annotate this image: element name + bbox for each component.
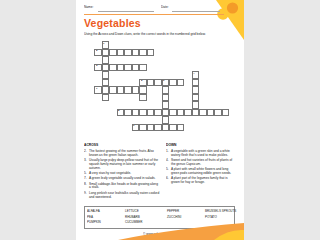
date-label: Date:: [161, 5, 191, 11]
grid-cell[interactable]: [199, 109, 207, 117]
grid-cell[interactable]: 5: [139, 79, 147, 87]
instructions: Using the Across and Down clues, write t…: [84, 32, 239, 40]
grid-cell[interactable]: [169, 124, 177, 132]
grid-cell[interactable]: [162, 109, 170, 117]
grid-cell[interactable]: 2: [94, 49, 102, 57]
clue-item: 5.A very starchy root vegetable.: [84, 171, 161, 175]
grid-cell[interactable]: [117, 86, 125, 94]
word-bank-item: BRUSSELS SPROUTS: [205, 209, 238, 213]
grid-cell[interactable]: [162, 124, 170, 132]
clue-number: 9: [133, 124, 134, 127]
word-bank-item: LETTUCE: [125, 209, 167, 213]
word-bank-item: POTATO: [205, 215, 238, 219]
grid-cell[interactable]: [139, 109, 147, 117]
grid-cell[interactable]: 3: [94, 64, 102, 72]
name-label: Name:: [84, 5, 114, 11]
grid-cell[interactable]: [162, 116, 170, 124]
clue-item: 5.A plant with small white flowers and l…: [166, 167, 238, 175]
grid-cell[interactable]: 1: [102, 41, 110, 49]
clue-number: 5: [141, 79, 142, 82]
grid-cell[interactable]: [132, 64, 140, 72]
grid-cell[interactable]: [109, 86, 117, 94]
clue-item: 3.Usually large pulpy deep-yellow round …: [84, 158, 161, 170]
grid-cell[interactable]: [147, 109, 155, 117]
clue-item-text: A very starchy root vegetable.: [89, 171, 161, 175]
grid-cell[interactable]: [109, 64, 117, 72]
crossword-grid: 123456789: [94, 41, 231, 133]
grid-cell[interactable]: [162, 94, 170, 102]
grid-cell[interactable]: [102, 64, 110, 72]
word-bank-item: PEA: [87, 215, 125, 219]
clue-item-text: Small cabbage-like heads or buds growing…: [89, 181, 161, 189]
grid-cell[interactable]: [139, 86, 147, 94]
grid-cell[interactable]: [139, 64, 147, 72]
grid-cell[interactable]: [147, 49, 155, 57]
clue-item: 4.Sweet and hot varieties of fruits of p…: [166, 158, 238, 166]
date-input-line[interactable]: [172, 11, 220, 12]
grid-cell[interactable]: [109, 49, 117, 57]
clue-number: 8: [118, 109, 119, 112]
clue-item: 1.A vegetable with a green skin and a wh…: [166, 148, 238, 156]
clue-number: 7: [96, 87, 97, 90]
word-bank-item: PEPPER: [167, 209, 205, 213]
grid-cell[interactable]: [117, 64, 125, 72]
clue-item-text: Sweet and hot varieties of fruits of pla…: [171, 158, 238, 166]
grid-cell[interactable]: [102, 71, 110, 79]
grid-cell[interactable]: [124, 86, 132, 94]
down-header: DOWN: [166, 143, 238, 147]
grid-cell[interactable]: [162, 101, 170, 109]
clues-across-list: 2.The fastest growing of the summer frui…: [84, 148, 161, 198]
clue-number: 3: [96, 64, 97, 67]
grid-cell[interactable]: [124, 49, 132, 57]
grid-cell[interactable]: [147, 124, 155, 132]
grid-cell[interactable]: [192, 94, 200, 102]
grid-cell[interactable]: 9: [132, 124, 140, 132]
grid-cell[interactable]: [169, 109, 177, 117]
clue-number: 1: [103, 42, 104, 45]
grid-cell[interactable]: [102, 94, 110, 102]
worksheet-page: Name: Date: Vegetables Using the Across …: [76, 0, 244, 240]
header-rule: [84, 14, 224, 15]
across-header: ACROSS: [84, 143, 161, 147]
clue-number: 6: [163, 79, 164, 82]
word-bank-item: ZUCCHINI: [167, 215, 205, 219]
grid-cell[interactable]: [192, 86, 200, 94]
clues-section: ACROSS 2.The fastest growing of the summ…: [84, 143, 238, 205]
grid-cell[interactable]: [147, 79, 155, 87]
grid-cell[interactable]: [192, 109, 200, 117]
grid-cell[interactable]: [192, 101, 200, 109]
grid-cell[interactable]: [102, 86, 110, 94]
grid-cell[interactable]: [154, 109, 162, 117]
grid-cell[interactable]: [214, 109, 222, 117]
clue-item: 7.A green leafy vegetable usually used i…: [84, 176, 161, 180]
clue-item-text: A plant part of the legumes family that …: [171, 176, 238, 184]
grid-cell[interactable]: [124, 109, 132, 117]
grid-cell[interactable]: [139, 49, 147, 57]
grid-cell[interactable]: [169, 79, 177, 87]
grid-cell[interactable]: [177, 124, 185, 132]
clue-item-text: A green leafy vegetable usually used in …: [89, 176, 161, 180]
clue-item-text: Long pinkish sour leafstalks usually eat…: [89, 191, 161, 199]
grid-cell[interactable]: [102, 79, 110, 87]
grid-cell[interactable]: [177, 79, 185, 87]
grid-cell[interactable]: [124, 64, 132, 72]
grid-cell[interactable]: 4: [192, 71, 200, 79]
clue-item-text: The fastest growing of the summer fruits…: [89, 148, 161, 156]
grid-cell[interactable]: [162, 86, 170, 94]
clue-item: 2.The fastest growing of the summer frui…: [84, 148, 161, 156]
grid-cell[interactable]: [102, 49, 110, 57]
clue-item: 9.Long pinkish sour leafstalks usually e…: [84, 191, 161, 199]
word-bank-item: ALFALFA: [87, 209, 125, 213]
clue-number: 2: [96, 49, 97, 52]
grid-cell[interactable]: [132, 86, 140, 94]
clue-item-text: A vegetable with a green skin and a whit…: [171, 148, 238, 156]
grid-cell[interactable]: [117, 49, 125, 57]
clue-number: 4: [193, 72, 194, 75]
grid-cell[interactable]: [177, 109, 185, 117]
bottom-wave-decoration: [76, 220, 244, 240]
grid-cell[interactable]: 7: [94, 86, 102, 94]
grid-cell[interactable]: [184, 109, 192, 117]
clue-item-text: Usually large pulpy deep-yellow round fr…: [89, 158, 161, 170]
grid-cell[interactable]: [207, 109, 215, 117]
clue-item: 6.A plant part of the legumes family tha…: [166, 176, 238, 184]
grid-cell[interactable]: [192, 79, 200, 87]
grid-cell[interactable]: [139, 94, 147, 102]
grid-cell[interactable]: 8: [117, 109, 125, 117]
grid-cell[interactable]: [132, 49, 140, 57]
clue-item-text: A plant with small white flowers and lon…: [171, 167, 238, 175]
grid-cell[interactable]: 6: [162, 79, 170, 87]
clue-item: 8.Small cabbage-like heads or buds growi…: [84, 181, 161, 189]
word-bank-item: RHUBARB: [125, 215, 167, 219]
grid-cell[interactable]: [154, 79, 162, 87]
name-input-line[interactable]: [98, 11, 154, 12]
grid-cell[interactable]: [222, 109, 230, 117]
grid-cell[interactable]: [139, 124, 147, 132]
grid-cell[interactable]: [154, 124, 162, 132]
grid-cell[interactable]: [102, 56, 110, 64]
clues-down-list: 1.A vegetable with a green skin and a wh…: [166, 148, 238, 183]
grid-cell[interactable]: [132, 109, 140, 117]
page-title: Vegetables: [84, 17, 141, 29]
